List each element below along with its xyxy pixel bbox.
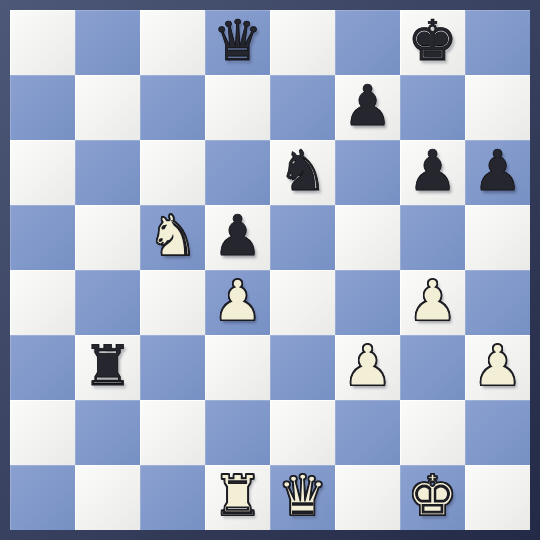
square-d8[interactable]: ♛ <box>205 10 270 75</box>
square-a2[interactable] <box>10 400 75 465</box>
square-c7[interactable] <box>140 75 205 140</box>
square-c6[interactable] <box>140 140 205 205</box>
square-d3[interactable] <box>205 335 270 400</box>
piece-black-rook-b3[interactable]: ♜ <box>82 335 132 398</box>
square-c4[interactable] <box>140 270 205 335</box>
square-g4[interactable]: ♟ <box>400 270 465 335</box>
square-b7[interactable] <box>75 75 140 140</box>
piece-black-king-g8[interactable]: ♚ <box>407 10 457 73</box>
square-f4[interactable] <box>335 270 400 335</box>
square-c5[interactable]: ♞ <box>140 205 205 270</box>
square-h4[interactable] <box>465 270 530 335</box>
square-b6[interactable] <box>75 140 140 205</box>
square-f1[interactable] <box>335 465 400 530</box>
piece-white-pawn-f3[interactable]: ♟ <box>342 335 392 398</box>
square-c1[interactable] <box>140 465 205 530</box>
square-g2[interactable] <box>400 400 465 465</box>
square-f7[interactable]: ♟ <box>335 75 400 140</box>
piece-white-queen-e1[interactable]: ♛ <box>277 465 327 528</box>
square-b8[interactable] <box>75 10 140 75</box>
square-a4[interactable] <box>10 270 75 335</box>
square-d6[interactable] <box>205 140 270 205</box>
square-b3[interactable]: ♜ <box>75 335 140 400</box>
square-e3[interactable] <box>270 335 335 400</box>
piece-white-pawn-g4[interactable]: ♟ <box>407 270 457 333</box>
square-g8[interactable]: ♚ <box>400 10 465 75</box>
square-b5[interactable] <box>75 205 140 270</box>
piece-white-pawn-h3[interactable]: ♟ <box>472 335 522 398</box>
square-d2[interactable] <box>205 400 270 465</box>
square-b1[interactable] <box>75 465 140 530</box>
piece-black-pawn-h6[interactable]: ♟ <box>472 140 522 203</box>
piece-white-pawn-d4[interactable]: ♟ <box>212 270 262 333</box>
square-h1[interactable] <box>465 465 530 530</box>
square-h7[interactable] <box>465 75 530 140</box>
square-e1[interactable]: ♛ <box>270 465 335 530</box>
piece-white-rook-d1[interactable]: ♜ <box>212 465 262 528</box>
chess-board: ♛♚♟♞♟♟♞♟♟♟♜♟♟♜♛♚ <box>10 10 530 530</box>
square-d1[interactable]: ♜ <box>205 465 270 530</box>
square-d7[interactable] <box>205 75 270 140</box>
square-d5[interactable]: ♟ <box>205 205 270 270</box>
square-e8[interactable] <box>270 10 335 75</box>
square-b2[interactable] <box>75 400 140 465</box>
square-a5[interactable] <box>10 205 75 270</box>
square-g6[interactable]: ♟ <box>400 140 465 205</box>
chess-board-frame: ♛♚♟♞♟♟♞♟♟♟♜♟♟♜♛♚ <box>0 0 540 540</box>
square-e6[interactable]: ♞ <box>270 140 335 205</box>
square-a7[interactable] <box>10 75 75 140</box>
square-a6[interactable] <box>10 140 75 205</box>
square-e2[interactable] <box>270 400 335 465</box>
square-h3[interactable]: ♟ <box>465 335 530 400</box>
square-b4[interactable] <box>75 270 140 335</box>
square-f2[interactable] <box>335 400 400 465</box>
square-g5[interactable] <box>400 205 465 270</box>
square-g7[interactable] <box>400 75 465 140</box>
piece-white-king-g1[interactable]: ♚ <box>407 465 457 528</box>
piece-black-knight-e6[interactable]: ♞ <box>277 140 327 203</box>
square-g1[interactable]: ♚ <box>400 465 465 530</box>
piece-black-pawn-g6[interactable]: ♟ <box>407 140 457 203</box>
piece-black-pawn-d5[interactable]: ♟ <box>212 205 262 268</box>
square-h2[interactable] <box>465 400 530 465</box>
piece-white-knight-c5[interactable]: ♞ <box>147 205 197 268</box>
square-a3[interactable] <box>10 335 75 400</box>
square-c3[interactable] <box>140 335 205 400</box>
square-f3[interactable]: ♟ <box>335 335 400 400</box>
square-e5[interactable] <box>270 205 335 270</box>
square-h6[interactable]: ♟ <box>465 140 530 205</box>
square-e7[interactable] <box>270 75 335 140</box>
piece-black-pawn-f7[interactable]: ♟ <box>342 75 392 138</box>
square-a1[interactable] <box>10 465 75 530</box>
square-c2[interactable] <box>140 400 205 465</box>
square-g3[interactable] <box>400 335 465 400</box>
piece-black-queen-d8[interactable]: ♛ <box>212 10 262 73</box>
square-h8[interactable] <box>465 10 530 75</box>
square-f5[interactable] <box>335 205 400 270</box>
square-d4[interactable]: ♟ <box>205 270 270 335</box>
square-f8[interactable] <box>335 10 400 75</box>
square-e4[interactable] <box>270 270 335 335</box>
square-h5[interactable] <box>465 205 530 270</box>
square-a8[interactable] <box>10 10 75 75</box>
square-c8[interactable] <box>140 10 205 75</box>
square-f6[interactable] <box>335 140 400 205</box>
